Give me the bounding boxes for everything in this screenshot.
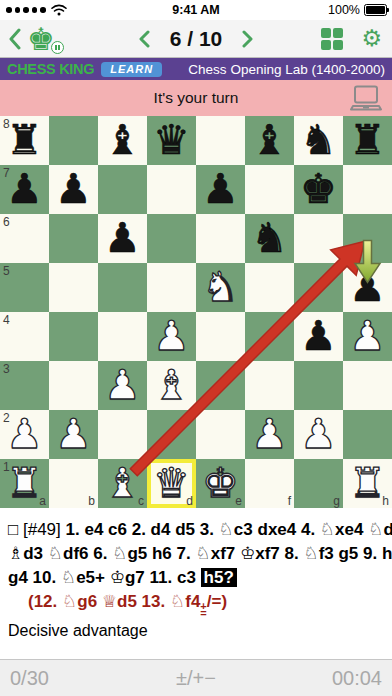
square-f5[interactable] (245, 263, 294, 312)
white-rook-h1[interactable]: ♜ (343, 459, 392, 508)
exercise-counter: 6 / 10 (170, 27, 223, 51)
next-exercise-button[interactable] (242, 30, 253, 48)
black-rook-h8[interactable]: ♜ (343, 116, 392, 165)
notation-segment[interactable]: g4 10. ♘e5+ ♔g7 11. c3 (8, 568, 201, 587)
square-b1[interactable]: b (49, 459, 98, 508)
square-b4[interactable] (49, 312, 98, 361)
app-name: CHESS KING (7, 61, 94, 77)
file-label-f: f (288, 494, 291, 508)
black-pawn-e7[interactable]: ♟ (196, 165, 245, 214)
battery-percent: 100% (328, 3, 360, 17)
square-f4[interactable] (245, 312, 294, 361)
square-a7[interactable]: 7♟ (0, 165, 49, 214)
square-g2[interactable]: ♟ (294, 410, 343, 459)
chess-board: 8♜♝♛♝♞♜7♟♟♟♚6♟♞5♞♟4♟♟♟3♟♝2♟♟♟♟1a♜bc♝d♛e♚… (0, 116, 392, 508)
square-a3[interactable]: 3 (0, 361, 49, 410)
black-pawn-a7[interactable]: ♟ (0, 165, 49, 214)
square-e8[interactable] (196, 116, 245, 165)
plus-over-equals-symbol: += (200, 603, 206, 617)
white-pawn-c3[interactable]: ♟ (98, 361, 147, 410)
square-c5[interactable] (98, 263, 147, 312)
square-d7[interactable] (147, 165, 196, 214)
square-a1[interactable]: 1a♜ (0, 459, 49, 508)
square-d3[interactable]: ♝ (147, 361, 196, 410)
square-d1[interactable]: d♛ (147, 459, 196, 508)
white-rook-a1[interactable]: ♜ (0, 459, 49, 508)
square-h6[interactable] (343, 214, 392, 263)
square-f8[interactable]: ♝ (245, 116, 294, 165)
square-b5[interactable] (49, 263, 98, 312)
square-f3[interactable] (245, 361, 294, 410)
black-pawn-g4[interactable]: ♟ (294, 312, 343, 361)
rank-label-6: 6 (3, 215, 10, 229)
white-pawn-a2[interactable]: ♟ (0, 410, 49, 459)
square-b8[interactable] (49, 116, 98, 165)
footer-bar: 0/30 ±/+− 00:04 (0, 659, 392, 696)
square-g1[interactable]: g (294, 459, 343, 508)
white-pawn-b2[interactable]: ♟ (49, 410, 98, 459)
learn-badge: LEARN (101, 62, 162, 77)
square-d2[interactable] (147, 410, 196, 459)
square-b3[interactable] (49, 361, 98, 410)
battery-icon (364, 4, 387, 16)
white-pawn-f2[interactable]: ♟ (245, 410, 294, 459)
turn-banner: It's your turn (0, 80, 392, 116)
nav-bar: ♚ 6 / 10 ⚙ (0, 20, 392, 58)
black-queen-d8[interactable]: ♛ (147, 116, 196, 165)
black-rook-a8[interactable]: ♜ (0, 116, 49, 165)
square-b2[interactable]: ♟ (49, 410, 98, 459)
square-e6[interactable] (196, 214, 245, 263)
square-a2[interactable]: 2♟ (0, 410, 49, 459)
square-g3[interactable] (294, 361, 343, 410)
highlighted-move[interactable]: h5? (201, 568, 237, 587)
square-c4[interactable] (98, 312, 147, 361)
square-f1[interactable]: f (245, 459, 294, 508)
white-king-e1[interactable]: ♚ (196, 459, 245, 508)
square-f2[interactable]: ♟ (245, 410, 294, 459)
square-c3[interactable]: ♟ (98, 361, 147, 410)
square-h8[interactable]: ♜ (343, 116, 392, 165)
notation-line-3: g4 10. ♘e5+ ♔g7 11. c3 h5? (8, 566, 384, 590)
square-a6[interactable]: 6 (0, 214, 49, 263)
notation-line-1: □ [#49] 1. e4 c6 2. d4 d5 3. ♘c3 dxe4 4.… (8, 518, 384, 542)
square-c8[interactable]: ♝ (98, 116, 147, 165)
square-c2[interactable] (98, 410, 147, 459)
square-e1[interactable]: e♚ (196, 459, 245, 508)
black-knight-g8[interactable]: ♞ (294, 116, 343, 165)
black-bishop-c8[interactable]: ♝ (98, 116, 147, 165)
square-c7[interactable] (98, 165, 147, 214)
square-h5[interactable]: ♟ (343, 263, 392, 312)
black-knight-f6[interactable]: ♞ (245, 214, 294, 263)
square-h2[interactable] (343, 410, 392, 459)
course-title: Chess Opening Lab (1400-2000) (188, 62, 385, 77)
square-a8[interactable]: 8♜ (0, 116, 49, 165)
square-e3[interactable] (196, 361, 245, 410)
notation-segment[interactable]: ♗d3 ♘df6 6. ♘g5 h6 7. ♘xf7 ♔xf7 8. ♘f3 g… (8, 544, 392, 563)
exercise-grid-button[interactable] (321, 28, 343, 50)
file-label-b: b (88, 494, 95, 508)
settings-gear-button[interactable]: ⚙ (361, 20, 382, 57)
square-e7[interactable]: ♟ (196, 165, 245, 214)
square-f6[interactable]: ♞ (245, 214, 294, 263)
black-pawn-c6[interactable]: ♟ (98, 214, 147, 263)
square-g4[interactable]: ♟ (294, 312, 343, 361)
square-e4[interactable] (196, 312, 245, 361)
white-pawn-h4[interactable]: ♟ (343, 312, 392, 361)
notation-segment: □ [#49] (8, 520, 66, 539)
square-h3[interactable] (343, 361, 392, 410)
square-h1[interactable]: h♜ (343, 459, 392, 508)
black-king-g7[interactable]: ♚ (294, 165, 343, 214)
rank-label-4: 4 (3, 313, 10, 327)
square-a4[interactable]: 4 (0, 312, 49, 361)
white-bishop-c1[interactable]: ♝ (98, 459, 147, 508)
evaluation-label: ±/+− (0, 667, 392, 690)
square-b7[interactable]: ♟ (49, 165, 98, 214)
square-g7[interactable]: ♚ (294, 165, 343, 214)
white-bishop-d3[interactable]: ♝ (147, 361, 196, 410)
square-e2[interactable] (196, 410, 245, 459)
white-queen-d1[interactable]: ♛ (147, 459, 196, 508)
brand-bar: CHESS KING LEARN Chess Opening Lab (1400… (0, 58, 392, 80)
previous-exercise-button[interactable] (139, 30, 150, 48)
square-d5[interactable] (147, 263, 196, 312)
black-bishop-f8[interactable]: ♝ (245, 116, 294, 165)
status-bar: 9:41 AM 100% (0, 0, 392, 20)
square-d4[interactable]: ♟ (147, 312, 196, 361)
notation-segment[interactable]: (12. ♘g6 ♕d5 13. ♘f4+=/=) (28, 592, 227, 611)
square-b6[interactable] (49, 214, 98, 263)
square-f7[interactable] (245, 165, 294, 214)
rank-label-3: 3 (3, 362, 10, 376)
computer-icon (349, 85, 383, 112)
notation-segment[interactable]: 1. e4 c6 2. d4 d5 3. ♘c3 dxe4 4. ♘xe4 ♘d… (66, 520, 392, 539)
file-label-g: g (333, 494, 340, 508)
square-a5[interactable]: 5 (0, 263, 49, 312)
black-pawn-b7[interactable]: ♟ (49, 165, 98, 214)
square-d8[interactable]: ♛ (147, 116, 196, 165)
notation-line-4: (12. ♘g6 ♕d5 13. ♘f4+=/=) (28, 590, 384, 617)
square-g6[interactable] (294, 214, 343, 263)
board-area: 8♜♝♛♝♞♜7♟♟♟♚6♟♞5♞♟4♟♟♟3♟♝2♟♟♟♟1a♜bc♝d♛e♚… (0, 116, 392, 508)
square-h7[interactable] (343, 165, 392, 214)
move-list: □ [#49] 1. e4 c6 2. d4 d5 3. ♘c3 dxe4 4.… (0, 508, 392, 632)
square-d6[interactable] (147, 214, 196, 263)
turn-message: It's your turn (154, 89, 239, 107)
square-g5[interactable] (294, 263, 343, 312)
black-pawn-h5[interactable]: ♟ (343, 263, 392, 312)
notation-segment: Decisive advantage (8, 622, 148, 639)
white-pawn-g2[interactable]: ♟ (294, 410, 343, 459)
rank-label-5: 5 (3, 264, 10, 278)
notation-line-2: ♗d3 ♘df6 6. ♘g5 h6 7. ♘xf7 ♔xf7 8. ♘f3 g… (8, 542, 384, 566)
notation-line-5: Decisive advantage (8, 619, 384, 643)
square-g8[interactable]: ♞ (294, 116, 343, 165)
square-e5[interactable]: ♞ (196, 263, 245, 312)
square-c6[interactable]: ♟ (98, 214, 147, 263)
white-pawn-d4[interactable]: ♟ (147, 312, 196, 361)
square-c1[interactable]: c♝ (98, 459, 147, 508)
white-knight-e5[interactable]: ♞ (196, 263, 245, 312)
square-h4[interactable]: ♟ (343, 312, 392, 361)
